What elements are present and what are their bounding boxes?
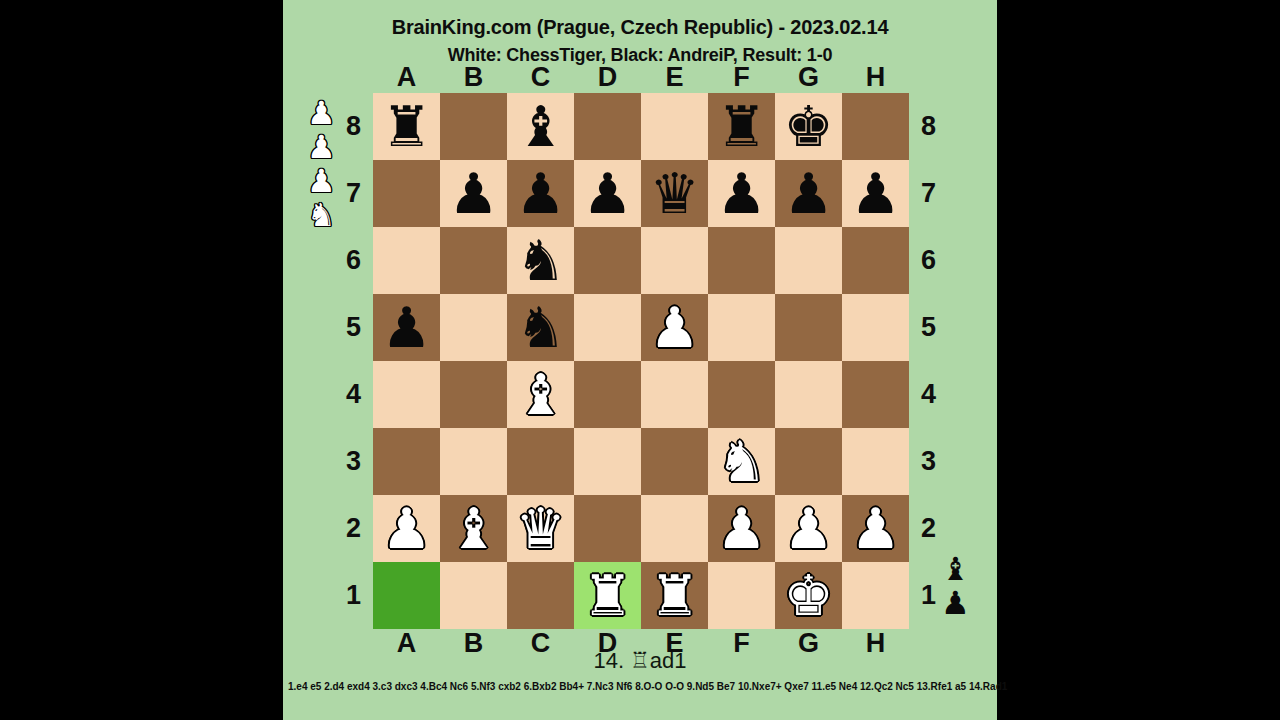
square-c2[interactable]: ♛ <box>507 495 574 562</box>
square-b5[interactable] <box>440 294 507 361</box>
square-f2[interactable]: ♟ <box>708 495 775 562</box>
file-label-d: D <box>574 62 641 93</box>
rank-label-8: 8 <box>915 93 953 160</box>
square-h4[interactable] <box>842 361 909 428</box>
file-label-g: G <box>775 62 842 93</box>
square-d2[interactable] <box>574 495 641 562</box>
square-f4[interactable] <box>708 361 775 428</box>
square-e6[interactable] <box>641 227 708 294</box>
piece-black-pawn-c7[interactable]: ♟ <box>515 166 565 222</box>
rank-label-5: 5 <box>915 294 953 361</box>
rank-label-7: 7 <box>915 160 953 227</box>
square-a4[interactable] <box>373 361 440 428</box>
piece-white-pawn-g2[interactable]: ♟ <box>783 501 833 557</box>
square-a3[interactable] <box>373 428 440 495</box>
square-d6[interactable] <box>574 227 641 294</box>
piece-white-pawn-h2[interactable]: ♟ <box>850 501 900 557</box>
square-g3[interactable] <box>775 428 842 495</box>
square-g1[interactable]: ♚ <box>775 562 842 629</box>
piece-black-queen-e7[interactable]: ♛ <box>649 166 699 222</box>
square-a5[interactable]: ♟ <box>373 294 440 361</box>
piece-black-pawn-h7[interactable]: ♟ <box>850 166 900 222</box>
captured-white-pawn-icon: ♟ <box>307 97 336 129</box>
captured-black-pawn-icon: ♟ <box>941 587 970 619</box>
piece-white-king-g1[interactable]: ♚ <box>783 568 833 624</box>
last-move-caption: 14. ♖ad1 <box>283 648 997 674</box>
square-h5[interactable] <box>842 294 909 361</box>
rank-labels-right: 87654321 <box>915 93 953 629</box>
piece-white-rook-e1[interactable]: ♜ <box>649 568 699 624</box>
file-label-f: F <box>708 62 775 93</box>
move-list: 1.e4 e5 2.d4 exd4 3.c3 dxc3 4.Bc4 Nc6 5.… <box>288 681 1007 692</box>
square-e2[interactable] <box>641 495 708 562</box>
rank-label-3: 3 <box>915 428 953 495</box>
square-h6[interactable] <box>842 227 909 294</box>
square-c6[interactable]: ♞ <box>507 227 574 294</box>
square-d1[interactable]: ♜ <box>574 562 641 629</box>
piece-white-pawn-f2[interactable]: ♟ <box>716 501 766 557</box>
rank-label-2: 2 <box>329 495 367 562</box>
square-a2[interactable]: ♟ <box>373 495 440 562</box>
square-d8[interactable] <box>574 93 641 160</box>
piece-black-knight-c5[interactable]: ♞ <box>515 300 565 356</box>
square-h8[interactable] <box>842 93 909 160</box>
square-e1[interactable]: ♜ <box>641 562 708 629</box>
game-stage: BrainKing.com (Prague, Czech Republic) -… <box>283 0 997 720</box>
file-labels-top: ABCDEFGH <box>373 62 909 93</box>
square-e8[interactable] <box>641 93 708 160</box>
square-c8[interactable]: ♝ <box>507 93 574 160</box>
piece-black-pawn-d7[interactable]: ♟ <box>582 166 632 222</box>
piece-white-bishop-b2[interactable]: ♝ <box>448 501 498 557</box>
piece-black-king-g8[interactable]: ♚ <box>783 99 833 155</box>
square-g7[interactable]: ♟ <box>775 160 842 227</box>
square-h2[interactable]: ♟ <box>842 495 909 562</box>
square-b4[interactable] <box>440 361 507 428</box>
file-label-h: H <box>842 62 909 93</box>
piece-black-bishop-c8[interactable]: ♝ <box>515 99 565 155</box>
captured-white-knight-icon: ♞ <box>307 199 336 231</box>
piece-black-rook-a8[interactable]: ♜ <box>381 99 431 155</box>
rank-label-5: 5 <box>329 294 367 361</box>
file-label-c: C <box>507 62 574 93</box>
rank-label-3: 3 <box>329 428 367 495</box>
piece-black-knight-c6[interactable]: ♞ <box>515 233 565 289</box>
square-f6[interactable] <box>708 227 775 294</box>
square-c7[interactable]: ♟ <box>507 160 574 227</box>
square-c1[interactable] <box>507 562 574 629</box>
square-h7[interactable]: ♟ <box>842 160 909 227</box>
square-b3[interactable] <box>440 428 507 495</box>
file-label-e: E <box>641 62 708 93</box>
piece-black-pawn-g7[interactable]: ♟ <box>783 166 833 222</box>
square-f8[interactable]: ♜ <box>708 93 775 160</box>
file-label-a: A <box>373 62 440 93</box>
piece-black-pawn-f7[interactable]: ♟ <box>716 166 766 222</box>
square-g2[interactable]: ♟ <box>775 495 842 562</box>
square-h1[interactable] <box>842 562 909 629</box>
square-f5[interactable] <box>708 294 775 361</box>
square-c4[interactable]: ♝ <box>507 361 574 428</box>
piece-white-rook-d1[interactable]: ♜ <box>582 568 632 624</box>
square-f7[interactable]: ♟ <box>708 160 775 227</box>
square-g4[interactable] <box>775 361 842 428</box>
rank-label-4: 4 <box>329 361 367 428</box>
square-e7[interactable]: ♛ <box>641 160 708 227</box>
square-e5[interactable]: ♟ <box>641 294 708 361</box>
square-h3[interactable] <box>842 428 909 495</box>
piece-black-rook-f8[interactable]: ♜ <box>716 99 766 155</box>
square-c5[interactable]: ♞ <box>507 294 574 361</box>
chess-board: ♜♝♜♚♟♟♟♛♟♟♟♞♟♞♟♝♞♟♝♛♟♟♟♜♜♚ <box>373 93 909 629</box>
square-b7[interactable]: ♟ <box>440 160 507 227</box>
square-f3[interactable]: ♞ <box>708 428 775 495</box>
square-a6[interactable] <box>373 227 440 294</box>
square-d7[interactable]: ♟ <box>574 160 641 227</box>
captured-black-pieces-tray: ♝♟ <box>941 552 970 620</box>
square-e4[interactable] <box>641 361 708 428</box>
piece-white-queen-c2[interactable]: ♛ <box>515 501 565 557</box>
square-b1[interactable] <box>440 562 507 629</box>
page-title: BrainKing.com (Prague, Czech Republic) -… <box>283 16 997 39</box>
square-a8[interactable]: ♜ <box>373 93 440 160</box>
square-c3[interactable] <box>507 428 574 495</box>
square-d4[interactable] <box>574 361 641 428</box>
piece-black-pawn-b7[interactable]: ♟ <box>448 166 498 222</box>
piece-white-knight-f3[interactable]: ♞ <box>716 434 766 490</box>
square-e3[interactable] <box>641 428 708 495</box>
rank-label-4: 4 <box>915 361 953 428</box>
piece-black-pawn-a5[interactable]: ♟ <box>381 300 431 356</box>
square-b8[interactable] <box>440 93 507 160</box>
square-d5[interactable] <box>574 294 641 361</box>
square-f1[interactable] <box>708 562 775 629</box>
piece-white-bishop-c4[interactable]: ♝ <box>515 367 565 423</box>
square-g6[interactable] <box>775 227 842 294</box>
captured-white-pawn-icon: ♟ <box>307 165 336 197</box>
square-a7[interactable] <box>373 160 440 227</box>
piece-white-pawn-e5[interactable]: ♟ <box>649 300 699 356</box>
letterbox-viewport: BrainKing.com (Prague, Czech Republic) -… <box>0 0 1280 720</box>
square-d3[interactable] <box>574 428 641 495</box>
rank-label-1: 1 <box>329 562 367 629</box>
file-label-b: B <box>440 62 507 93</box>
square-a1[interactable] <box>373 562 440 629</box>
square-g8[interactable]: ♚ <box>775 93 842 160</box>
captured-white-pawn-icon: ♟ <box>307 131 336 163</box>
piece-white-pawn-a2[interactable]: ♟ <box>381 501 431 557</box>
captured-black-bishop-icon: ♝ <box>941 553 970 585</box>
square-b2[interactable]: ♝ <box>440 495 507 562</box>
square-b6[interactable] <box>440 227 507 294</box>
rank-label-6: 6 <box>329 227 367 294</box>
square-g5[interactable] <box>775 294 842 361</box>
rank-label-6: 6 <box>915 227 953 294</box>
captured-white-pieces-tray: ♟♟♟♞ <box>307 96 336 232</box>
